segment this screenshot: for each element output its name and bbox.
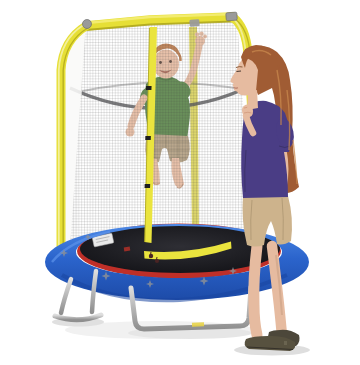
corner-connector-right <box>226 12 238 21</box>
zipper-pull <box>155 259 159 263</box>
safety-net <box>64 15 252 255</box>
frame-sticker <box>192 322 204 326</box>
rear-pole-clamp <box>189 19 199 27</box>
product-photo: A young boy jumps inside a small round t… <box>0 0 360 365</box>
door-clip <box>145 184 151 188</box>
shoe-tag <box>284 341 287 345</box>
net-mesh <box>70 15 252 255</box>
red-tie <box>124 247 130 252</box>
woman-lips <box>234 88 239 89</box>
door-clip <box>146 86 152 90</box>
woman-front-leg <box>254 246 257 335</box>
door-clip <box>145 136 151 140</box>
corner-connector-left <box>83 20 92 29</box>
trampoline-scene: A young boy jumps inside a small round t… <box>0 0 360 365</box>
woman-eye <box>237 71 242 72</box>
